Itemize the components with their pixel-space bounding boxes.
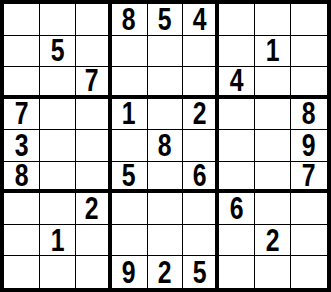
- cell-digit: 6: [192, 162, 206, 191]
- cell-digit: 1: [266, 36, 280, 67]
- cell-r3c4[interactable]: [112, 67, 148, 99]
- cell-r3c3[interactable]: 7: [76, 67, 112, 99]
- cell-r8c4[interactable]: [112, 225, 148, 257]
- cell-digit: 8: [302, 99, 316, 130]
- cell-r4c9[interactable]: 8: [291, 99, 327, 131]
- cell-r8c9[interactable]: [291, 225, 327, 257]
- cell-r3c8[interactable]: [255, 67, 291, 99]
- cell-digit: 5: [192, 257, 206, 288]
- cell-r4c4[interactable]: 1: [112, 99, 148, 131]
- cell-digit: 9: [122, 257, 136, 288]
- cell-digit: 3: [15, 130, 29, 161]
- cell-r2c7[interactable]: [219, 36, 255, 68]
- cell-digit: 1: [122, 99, 136, 130]
- cell-r4c1[interactable]: 7: [4, 99, 40, 131]
- cell-r7c9[interactable]: [291, 193, 327, 225]
- cell-digit: 7: [85, 67, 99, 96]
- cell-r9c7[interactable]: [219, 256, 255, 288]
- cell-r8c6[interactable]: [183, 225, 219, 257]
- cell-r1c9[interactable]: [291, 4, 327, 36]
- cell-r6c7[interactable]: [219, 162, 255, 194]
- cell-digit: 8: [15, 162, 29, 191]
- cell-digit: 4: [230, 67, 244, 96]
- cell-r7c5[interactable]: [148, 193, 184, 225]
- cell-r3c7[interactable]: 4: [219, 67, 255, 99]
- cell-r6c8[interactable]: [255, 162, 291, 194]
- cell-r3c6[interactable]: [183, 67, 219, 99]
- cell-r3c5[interactable]: [148, 67, 184, 99]
- cell-r5c8[interactable]: [255, 130, 291, 162]
- cell-r6c5[interactable]: [148, 162, 184, 194]
- cell-r7c4[interactable]: [112, 193, 148, 225]
- cell-r4c3[interactable]: [76, 99, 112, 131]
- cell-r5c5[interactable]: 8: [148, 130, 184, 162]
- cell-r5c1[interactable]: 3: [4, 130, 40, 162]
- cell-r1c4[interactable]: 8: [112, 4, 148, 36]
- cell-r5c9[interactable]: 9: [291, 130, 327, 162]
- cell-r7c7[interactable]: 6: [219, 193, 255, 225]
- cell-r5c4[interactable]: [112, 130, 148, 162]
- cell-r8c2[interactable]: 1: [40, 225, 76, 257]
- cell-r5c6[interactable]: [183, 130, 219, 162]
- cell-r3c9[interactable]: [291, 67, 327, 99]
- cell-r4c5[interactable]: [148, 99, 184, 131]
- cell-r6c4[interactable]: 5: [112, 162, 148, 194]
- cell-r2c8[interactable]: 1: [255, 36, 291, 68]
- cell-r1c2[interactable]: [40, 4, 76, 36]
- cell-r8c7[interactable]: [219, 225, 255, 257]
- cell-r1c5[interactable]: 5: [148, 4, 184, 36]
- cell-digit: 8: [158, 130, 172, 161]
- cell-r6c3[interactable]: [76, 162, 112, 194]
- cell-r4c6[interactable]: 2: [183, 99, 219, 131]
- cell-r1c6[interactable]: 4: [183, 4, 219, 36]
- cell-r9c2[interactable]: [40, 256, 76, 288]
- cell-r8c3[interactable]: [76, 225, 112, 257]
- cell-r1c7[interactable]: [219, 4, 255, 36]
- cell-r8c8[interactable]: 2: [255, 225, 291, 257]
- cell-r5c3[interactable]: [76, 130, 112, 162]
- cell-r9c6[interactable]: 5: [183, 256, 219, 288]
- cell-digit: 6: [230, 193, 244, 224]
- cell-r2c6[interactable]: [183, 36, 219, 68]
- cell-r6c2[interactable]: [40, 162, 76, 194]
- cell-digit: 2: [85, 193, 99, 224]
- cell-r9c1[interactable]: [4, 256, 40, 288]
- cell-r9c5[interactable]: 2: [148, 256, 184, 288]
- cell-digit: 7: [15, 99, 29, 130]
- cell-r2c5[interactable]: [148, 36, 184, 68]
- cell-r2c1[interactable]: [4, 36, 40, 68]
- cell-digit: 7: [302, 162, 316, 191]
- cell-digit: 2: [158, 257, 172, 288]
- cell-r1c8[interactable]: [255, 4, 291, 36]
- cell-digit: 9: [302, 130, 316, 161]
- cell-r7c3[interactable]: 2: [76, 193, 112, 225]
- cell-r9c3[interactable]: [76, 256, 112, 288]
- cell-r6c1[interactable]: 8: [4, 162, 40, 194]
- cell-r9c8[interactable]: [255, 256, 291, 288]
- cell-r9c4[interactable]: 9: [112, 256, 148, 288]
- cell-r2c9[interactable]: [291, 36, 327, 68]
- cell-r1c3[interactable]: [76, 4, 112, 36]
- cell-r1c1[interactable]: [4, 4, 40, 36]
- cell-digit: 8: [122, 4, 136, 35]
- cell-r2c4[interactable]: [112, 36, 148, 68]
- cell-r4c2[interactable]: [40, 99, 76, 131]
- cell-r3c1[interactable]: [4, 67, 40, 99]
- cell-digit: 5: [50, 36, 64, 67]
- cell-digit: 2: [266, 225, 280, 256]
- cell-r5c2[interactable]: [40, 130, 76, 162]
- cell-r4c8[interactable]: [255, 99, 291, 131]
- cell-r2c3[interactable]: [76, 36, 112, 68]
- cell-r2c2[interactable]: 5: [40, 36, 76, 68]
- cell-r4c7[interactable]: [219, 99, 255, 131]
- cell-r7c8[interactable]: [255, 193, 291, 225]
- cell-r7c6[interactable]: [183, 193, 219, 225]
- cell-r3c2[interactable]: [40, 67, 76, 99]
- cell-r6c6[interactable]: 6: [183, 162, 219, 194]
- cell-digit: 4: [192, 4, 206, 35]
- cell-digit: 2: [192, 99, 206, 130]
- cell-r8c1[interactable]: [4, 225, 40, 257]
- cell-r5c7[interactable]: [219, 130, 255, 162]
- cell-r6c9[interactable]: 7: [291, 162, 327, 194]
- cell-digit: 5: [158, 4, 172, 35]
- sudoku-board: 8545174712838985672612925: [0, 0, 331, 292]
- cell-r9c9[interactable]: [291, 256, 327, 288]
- cell-r7c2[interactable]: [40, 193, 76, 225]
- cell-r8c5[interactable]: [148, 225, 184, 257]
- cell-r7c1[interactable]: [4, 193, 40, 225]
- cell-digit: 5: [122, 162, 136, 191]
- cell-digit: 1: [50, 225, 64, 256]
